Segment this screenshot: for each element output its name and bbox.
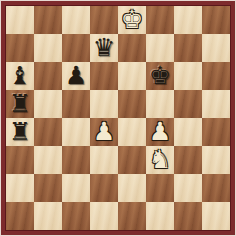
square-c4[interactable]: [62, 118, 90, 146]
square-h5[interactable]: [202, 90, 230, 118]
square-g6[interactable]: [174, 62, 202, 90]
square-f3[interactable]: ♞: [146, 146, 174, 174]
square-c2[interactable]: [62, 174, 90, 202]
square-e3[interactable]: [118, 146, 146, 174]
square-d8[interactable]: [90, 6, 118, 34]
square-e2[interactable]: [118, 174, 146, 202]
square-d5[interactable]: [90, 90, 118, 118]
square-b8[interactable]: [34, 6, 62, 34]
square-g3[interactable]: [174, 146, 202, 174]
piece-black-rook[interactable]: ♜: [9, 91, 31, 116]
board-frame: ♚♛♝♟♚♜♜♟♟♞: [0, 0, 236, 236]
square-f4[interactable]: ♟: [146, 118, 174, 146]
square-b7[interactable]: [34, 34, 62, 62]
square-e1[interactable]: [118, 202, 146, 230]
square-d1[interactable]: [90, 202, 118, 230]
square-b1[interactable]: [34, 202, 62, 230]
square-g4[interactable]: [174, 118, 202, 146]
square-f7[interactable]: [146, 34, 174, 62]
square-f5[interactable]: [146, 90, 174, 118]
piece-black-rook[interactable]: ♜: [9, 119, 31, 144]
square-e6[interactable]: [118, 62, 146, 90]
square-g5[interactable]: [174, 90, 202, 118]
square-h4[interactable]: [202, 118, 230, 146]
square-e7[interactable]: [118, 34, 146, 62]
square-a1[interactable]: [6, 202, 34, 230]
square-h2[interactable]: [202, 174, 230, 202]
square-a5[interactable]: ♜: [6, 90, 34, 118]
square-h6[interactable]: [202, 62, 230, 90]
square-b4[interactable]: [34, 118, 62, 146]
square-a7[interactable]: [6, 34, 34, 62]
piece-white-knight[interactable]: ♞: [149, 147, 171, 172]
square-a8[interactable]: [6, 6, 34, 34]
square-d7[interactable]: ♛: [90, 34, 118, 62]
square-e4[interactable]: [118, 118, 146, 146]
square-d4[interactable]: ♟: [90, 118, 118, 146]
square-g2[interactable]: [174, 174, 202, 202]
square-d3[interactable]: [90, 146, 118, 174]
square-g8[interactable]: [174, 6, 202, 34]
square-h3[interactable]: [202, 146, 230, 174]
piece-white-pawn[interactable]: ♟: [93, 119, 115, 144]
square-f6[interactable]: ♚: [146, 62, 174, 90]
square-g7[interactable]: [174, 34, 202, 62]
square-b2[interactable]: [34, 174, 62, 202]
square-a4[interactable]: ♜: [6, 118, 34, 146]
square-a3[interactable]: [6, 146, 34, 174]
square-c5[interactable]: [62, 90, 90, 118]
square-c3[interactable]: [62, 146, 90, 174]
square-a2[interactable]: [6, 174, 34, 202]
square-c8[interactable]: [62, 6, 90, 34]
square-f8[interactable]: [146, 6, 174, 34]
piece-black-bishop[interactable]: ♝: [9, 63, 31, 88]
square-d6[interactable]: [90, 62, 118, 90]
square-b3[interactable]: [34, 146, 62, 174]
piece-white-pawn[interactable]: ♟: [149, 119, 171, 144]
piece-black-pawn[interactable]: ♟: [65, 63, 87, 88]
square-a6[interactable]: ♝: [6, 62, 34, 90]
square-h8[interactable]: [202, 6, 230, 34]
square-f2[interactable]: [146, 174, 174, 202]
square-c1[interactable]: [62, 202, 90, 230]
piece-black-queen[interactable]: ♛: [93, 35, 115, 60]
square-c6[interactable]: ♟: [62, 62, 90, 90]
square-b6[interactable]: [34, 62, 62, 90]
square-e5[interactable]: [118, 90, 146, 118]
piece-black-king[interactable]: ♚: [149, 63, 171, 88]
square-h1[interactable]: [202, 202, 230, 230]
square-h7[interactable]: [202, 34, 230, 62]
square-f1[interactable]: [146, 202, 174, 230]
square-c7[interactable]: [62, 34, 90, 62]
square-e8[interactable]: ♚: [118, 6, 146, 34]
square-b5[interactable]: [34, 90, 62, 118]
square-d2[interactable]: [90, 174, 118, 202]
square-g1[interactable]: [174, 202, 202, 230]
chess-board: ♚♛♝♟♚♜♜♟♟♞: [6, 6, 230, 230]
piece-white-king[interactable]: ♚: [121, 7, 143, 32]
